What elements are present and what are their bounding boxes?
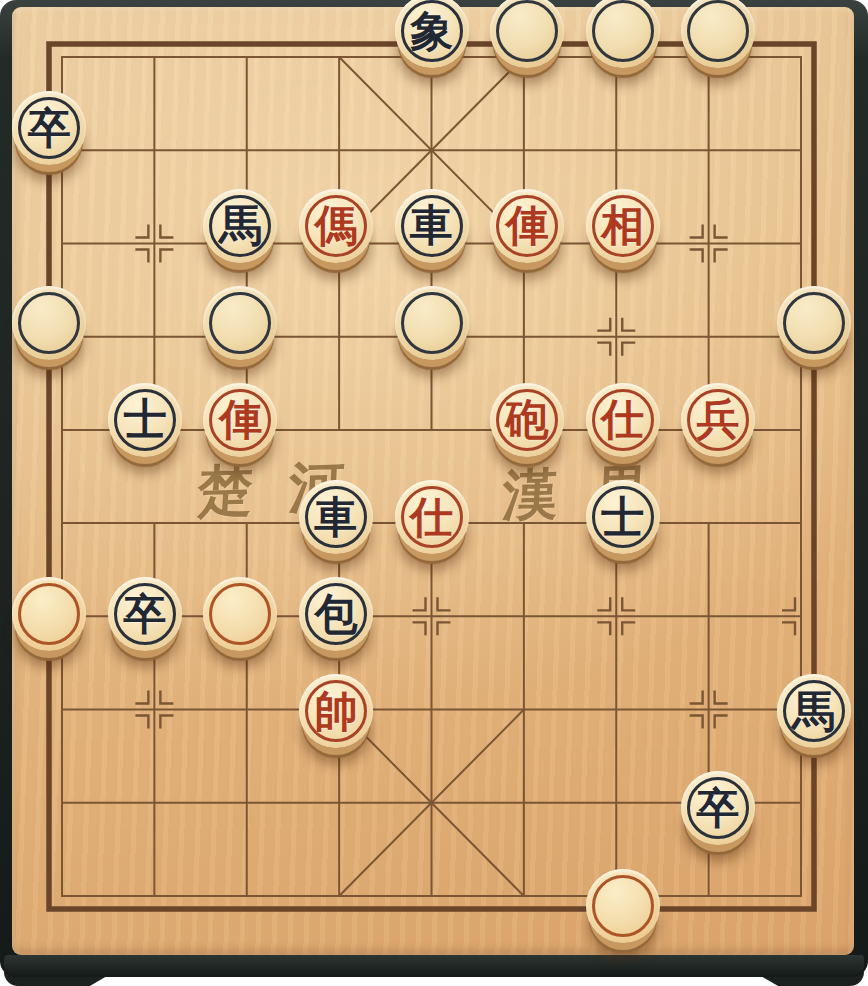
piece-ring	[18, 292, 80, 354]
piece-hidden-red[interactable]	[203, 577, 277, 651]
piece-glyph: 相	[586, 189, 660, 263]
piece-ring	[18, 583, 80, 645]
piece-hidden-red[interactable]	[12, 577, 86, 651]
piece-ring	[209, 583, 271, 645]
piece-ring	[496, 0, 558, 62]
piece-red-cannon[interactable]: 砲	[490, 383, 564, 457]
xiangqi-scene: 楚河 漢界 象卒馬傌車俥相士俥砲仕兵車仕士卒包帥馬卒	[0, 0, 868, 986]
piece-black-chariot[interactable]: 車	[299, 480, 373, 554]
piece-ring	[592, 875, 654, 937]
piece-black-soldier[interactable]: 卒	[681, 771, 755, 845]
piece-black-soldier[interactable]: 卒	[12, 91, 86, 165]
piece-black-advisor[interactable]: 士	[108, 383, 182, 457]
piece-glyph: 仕	[395, 480, 469, 554]
piece-glyph: 仕	[586, 383, 660, 457]
piece-glyph: 象	[395, 0, 469, 68]
piece-hidden-black[interactable]	[12, 286, 86, 360]
piece-glyph: 卒	[12, 91, 86, 165]
piece-black-cannon[interactable]: 包	[299, 577, 373, 651]
piece-hidden-black[interactable]	[681, 0, 755, 68]
piece-black-horse[interactable]: 馬	[777, 674, 851, 748]
piece-hidden-black[interactable]	[777, 286, 851, 360]
piece-hidden-black[interactable]	[395, 286, 469, 360]
piece-hidden-black[interactable]	[203, 286, 277, 360]
piece-glyph: 帥	[299, 674, 373, 748]
piece-glyph: 包	[299, 577, 373, 651]
piece-glyph: 傌	[299, 189, 373, 263]
piece-hidden-red[interactable]	[586, 869, 660, 943]
pieces-layer: 象卒馬傌車俥相士俥砲仕兵車仕士卒包帥馬卒	[0, 0, 868, 986]
piece-red-elephant[interactable]: 相	[586, 189, 660, 263]
piece-red-advisor[interactable]: 仕	[586, 383, 660, 457]
piece-glyph: 卒	[108, 577, 182, 651]
piece-glyph: 士	[108, 383, 182, 457]
piece-red-chariot[interactable]: 俥	[203, 383, 277, 457]
piece-ring	[401, 292, 463, 354]
piece-black-advisor[interactable]: 士	[586, 480, 660, 554]
piece-glyph: 馬	[777, 674, 851, 748]
piece-hidden-black[interactable]	[490, 0, 564, 68]
piece-glyph: 士	[586, 480, 660, 554]
piece-ring	[592, 0, 654, 62]
piece-red-chariot[interactable]: 俥	[490, 189, 564, 263]
piece-black-horse[interactable]: 馬	[203, 189, 277, 263]
piece-hidden-black[interactable]	[586, 0, 660, 68]
piece-glyph: 俥	[203, 383, 277, 457]
piece-red-advisor[interactable]: 仕	[395, 480, 469, 554]
piece-ring	[209, 292, 271, 354]
piece-black-chariot[interactable]: 車	[395, 189, 469, 263]
piece-glyph: 兵	[681, 383, 755, 457]
piece-glyph: 馬	[203, 189, 277, 263]
piece-ring	[783, 292, 845, 354]
piece-glyph: 砲	[490, 383, 564, 457]
piece-glyph: 車	[395, 189, 469, 263]
piece-glyph: 車	[299, 480, 373, 554]
piece-red-soldier[interactable]: 兵	[681, 383, 755, 457]
piece-glyph: 卒	[681, 771, 755, 845]
piece-black-soldier[interactable]: 卒	[108, 577, 182, 651]
piece-ring	[687, 0, 749, 62]
piece-red-horse[interactable]: 傌	[299, 189, 373, 263]
piece-red-general[interactable]: 帥	[299, 674, 373, 748]
piece-black-elephant[interactable]: 象	[395, 0, 469, 68]
piece-glyph: 俥	[490, 189, 564, 263]
